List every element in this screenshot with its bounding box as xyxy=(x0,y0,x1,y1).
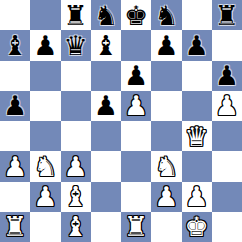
square-d5[interactable]: ♟ xyxy=(91,91,121,121)
square-c7[interactable]: ♛ xyxy=(61,30,91,60)
piece-black-bishop[interactable]: ♝ xyxy=(94,32,118,59)
piece-black-pawn[interactable]: ♟ xyxy=(124,62,148,89)
piece-white-pawn[interactable]: ♟ xyxy=(185,183,209,210)
square-d8[interactable]: ♞ xyxy=(91,0,121,30)
square-e3[interactable] xyxy=(121,151,151,181)
piece-white-pawn[interactable]: ♟ xyxy=(3,153,27,180)
square-c5[interactable] xyxy=(61,91,91,121)
chess-board: ♜♞♚♞♜♝♟♛♝♟♟♟♟♟♟♟♟♛♟♞♟♞♟♝♟♟♜♝♜♚ xyxy=(0,0,242,242)
square-a4[interactable] xyxy=(0,121,30,151)
square-b8[interactable] xyxy=(30,0,60,30)
piece-black-knight[interactable]: ♞ xyxy=(94,2,118,29)
piece-white-pawn[interactable]: ♟ xyxy=(64,153,88,180)
square-c4[interactable] xyxy=(61,121,91,151)
piece-black-bishop[interactable]: ♝ xyxy=(3,32,27,59)
piece-white-pawn[interactable]: ♟ xyxy=(154,183,178,210)
square-d2[interactable] xyxy=(91,182,121,212)
square-b7[interactable]: ♟ xyxy=(30,30,60,60)
square-c1[interactable]: ♝ xyxy=(61,212,91,242)
piece-white-knight[interactable]: ♞ xyxy=(154,153,178,180)
square-f6[interactable] xyxy=(151,61,181,91)
square-b1[interactable] xyxy=(30,212,60,242)
square-g3[interactable] xyxy=(182,151,212,181)
square-e6[interactable]: ♟ xyxy=(121,61,151,91)
square-h3[interactable] xyxy=(212,151,242,181)
piece-black-queen[interactable]: ♛ xyxy=(64,32,88,59)
square-a6[interactable] xyxy=(0,61,30,91)
square-c8[interactable]: ♜ xyxy=(61,0,91,30)
square-e2[interactable] xyxy=(121,182,151,212)
square-a1[interactable]: ♜ xyxy=(0,212,30,242)
square-e7[interactable] xyxy=(121,30,151,60)
piece-white-bishop[interactable]: ♝ xyxy=(64,213,88,240)
square-e1[interactable]: ♜ xyxy=(121,212,151,242)
square-g2[interactable]: ♟ xyxy=(182,182,212,212)
square-d7[interactable]: ♝ xyxy=(91,30,121,60)
piece-black-king[interactable]: ♚ xyxy=(124,2,148,29)
square-g5[interactable] xyxy=(182,91,212,121)
square-g8[interactable] xyxy=(182,0,212,30)
piece-white-queen[interactable]: ♛ xyxy=(185,123,209,150)
square-a7[interactable]: ♝ xyxy=(0,30,30,60)
square-g7[interactable]: ♟ xyxy=(182,30,212,60)
square-h4[interactable] xyxy=(212,121,242,151)
square-g6[interactable] xyxy=(182,61,212,91)
square-f8[interactable]: ♞ xyxy=(151,0,181,30)
piece-black-rook[interactable]: ♜ xyxy=(64,2,88,29)
square-c3[interactable]: ♟ xyxy=(61,151,91,181)
square-c6[interactable] xyxy=(61,61,91,91)
square-b5[interactable] xyxy=(30,91,60,121)
square-b2[interactable]: ♟ xyxy=(30,182,60,212)
square-a3[interactable]: ♟ xyxy=(0,151,30,181)
square-f1[interactable] xyxy=(151,212,181,242)
piece-black-pawn[interactable]: ♟ xyxy=(33,32,57,59)
piece-white-pawn[interactable]: ♟ xyxy=(33,183,57,210)
square-a8[interactable] xyxy=(0,0,30,30)
square-h6[interactable]: ♟ xyxy=(212,61,242,91)
square-f7[interactable]: ♟ xyxy=(151,30,181,60)
square-b6[interactable] xyxy=(30,61,60,91)
square-a2[interactable] xyxy=(0,182,30,212)
piece-white-bishop[interactable]: ♝ xyxy=(64,183,88,210)
square-f3[interactable]: ♞ xyxy=(151,151,181,181)
piece-white-king[interactable]: ♚ xyxy=(185,213,209,240)
square-c2[interactable]: ♝ xyxy=(61,182,91,212)
square-f2[interactable]: ♟ xyxy=(151,182,181,212)
piece-white-pawn[interactable]: ♟ xyxy=(124,92,148,119)
piece-black-pawn[interactable]: ♟ xyxy=(3,92,27,119)
piece-white-rook[interactable]: ♜ xyxy=(124,213,148,240)
square-h7[interactable] xyxy=(212,30,242,60)
square-f5[interactable] xyxy=(151,91,181,121)
piece-black-pawn[interactable]: ♟ xyxy=(215,62,239,89)
piece-white-knight[interactable]: ♞ xyxy=(33,153,57,180)
piece-black-pawn[interactable]: ♟ xyxy=(185,32,209,59)
square-a5[interactable]: ♟ xyxy=(0,91,30,121)
square-f4[interactable] xyxy=(151,121,181,151)
piece-black-pawn[interactable]: ♟ xyxy=(94,92,118,119)
square-h2[interactable] xyxy=(212,182,242,212)
piece-white-rook[interactable]: ♜ xyxy=(3,213,27,240)
piece-black-pawn[interactable]: ♟ xyxy=(154,32,178,59)
square-e4[interactable] xyxy=(121,121,151,151)
square-e8[interactable]: ♚ xyxy=(121,0,151,30)
square-b4[interactable] xyxy=(30,121,60,151)
square-h1[interactable] xyxy=(212,212,242,242)
piece-white-pawn[interactable]: ♟ xyxy=(215,92,239,119)
square-g4[interactable]: ♛ xyxy=(182,121,212,151)
piece-black-rook[interactable]: ♜ xyxy=(215,2,239,29)
square-e5[interactable]: ♟ xyxy=(121,91,151,121)
square-b3[interactable]: ♞ xyxy=(30,151,60,181)
square-d1[interactable] xyxy=(91,212,121,242)
square-d4[interactable] xyxy=(91,121,121,151)
square-h8[interactable]: ♜ xyxy=(212,0,242,30)
square-d6[interactable] xyxy=(91,61,121,91)
square-d3[interactable] xyxy=(91,151,121,181)
square-h5[interactable]: ♟ xyxy=(212,91,242,121)
square-g1[interactable]: ♚ xyxy=(182,212,212,242)
piece-black-knight[interactable]: ♞ xyxy=(154,2,178,29)
